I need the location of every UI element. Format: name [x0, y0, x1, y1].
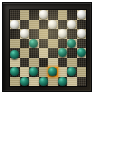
white-piece[interactable] — [77, 29, 86, 38]
board-square[interactable] — [77, 77, 87, 87]
board-square[interactable] — [20, 58, 30, 68]
white-piece[interactable] — [20, 29, 29, 38]
board-square[interactable] — [48, 10, 58, 20]
board-square[interactable] — [29, 29, 39, 39]
board-square[interactable] — [77, 39, 87, 49]
board-square[interactable] — [67, 77, 77, 87]
white-piece[interactable] — [58, 29, 67, 38]
board-square[interactable] — [67, 10, 77, 20]
board-square[interactable] — [20, 10, 30, 20]
checkers-board-frame — [2, 2, 92, 92]
board-square[interactable] — [58, 77, 68, 87]
board-square[interactable] — [67, 48, 77, 58]
teal-piece[interactable] — [29, 67, 38, 76]
board-square[interactable] — [77, 67, 87, 77]
teal-piece[interactable] — [39, 77, 48, 86]
board-square[interactable] — [58, 29, 68, 39]
board-square[interactable] — [48, 58, 58, 68]
board-square[interactable] — [29, 10, 39, 20]
board-square[interactable] — [48, 29, 58, 39]
board-square[interactable] — [10, 10, 20, 20]
board-square[interactable] — [77, 58, 87, 68]
board-square[interactable] — [29, 77, 39, 87]
board-square[interactable] — [10, 20, 20, 30]
board-square[interactable] — [29, 67, 39, 77]
board-square[interactable] — [77, 29, 87, 39]
board-square[interactable] — [77, 20, 87, 30]
board-square[interactable] — [58, 20, 68, 30]
board-square[interactable] — [20, 67, 30, 77]
board-square[interactable] — [67, 29, 77, 39]
white-piece[interactable] — [39, 10, 48, 19]
highlighted-square[interactable] — [48, 67, 58, 77]
board-square[interactable] — [48, 77, 58, 87]
board-square[interactable] — [48, 48, 58, 58]
teal-piece[interactable] — [67, 67, 76, 76]
board-square[interactable] — [67, 39, 77, 49]
teal-piece[interactable] — [29, 39, 38, 48]
board-square[interactable] — [10, 29, 20, 39]
white-piece[interactable] — [48, 20, 57, 29]
board-square[interactable] — [39, 20, 49, 30]
board-square[interactable] — [58, 67, 68, 77]
board-square[interactable] — [10, 77, 20, 87]
board-square[interactable] — [29, 48, 39, 58]
board-square[interactable] — [58, 48, 68, 58]
board-square[interactable] — [20, 77, 30, 87]
teal-piece[interactable] — [10, 50, 19, 59]
teal-piece[interactable] — [48, 67, 57, 76]
white-piece[interactable] — [10, 20, 19, 29]
teal-piece[interactable] — [58, 48, 67, 57]
board-square[interactable] — [29, 58, 39, 68]
board-square[interactable] — [39, 58, 49, 68]
board-square[interactable] — [39, 77, 49, 87]
page-background — [0, 0, 120, 142]
board-square[interactable] — [20, 20, 30, 30]
checkers-board — [10, 10, 86, 86]
board-square[interactable] — [58, 39, 68, 49]
board-square[interactable] — [39, 48, 49, 58]
board-square[interactable] — [48, 20, 58, 30]
board-square[interactable] — [58, 10, 68, 20]
board-square[interactable] — [67, 20, 77, 30]
board-square[interactable] — [77, 48, 87, 58]
board-square[interactable] — [20, 39, 30, 49]
board-square[interactable] — [48, 39, 58, 49]
board-square[interactable] — [77, 10, 87, 20]
board-square[interactable] — [67, 58, 77, 68]
white-piece[interactable] — [67, 20, 76, 29]
board-square[interactable] — [39, 29, 49, 39]
board-square[interactable] — [20, 48, 30, 58]
board-square[interactable] — [20, 29, 30, 39]
teal-piece[interactable] — [58, 77, 67, 86]
board-square[interactable] — [39, 39, 49, 49]
board-square[interactable] — [58, 58, 68, 68]
teal-piece[interactable] — [20, 77, 29, 86]
board-square[interactable] — [39, 10, 49, 20]
teal-piece[interactable] — [67, 39, 76, 48]
teal-piece[interactable] — [77, 48, 86, 57]
board-square[interactable] — [10, 39, 20, 49]
board-square[interactable] — [10, 48, 20, 58]
board-square[interactable] — [29, 39, 39, 49]
board-square[interactable] — [29, 20, 39, 30]
board-square[interactable] — [67, 67, 77, 77]
teal-piece[interactable] — [10, 67, 19, 76]
board-square[interactable] — [39, 67, 49, 77]
board-square[interactable] — [10, 67, 20, 77]
white-piece[interactable] — [77, 10, 86, 19]
